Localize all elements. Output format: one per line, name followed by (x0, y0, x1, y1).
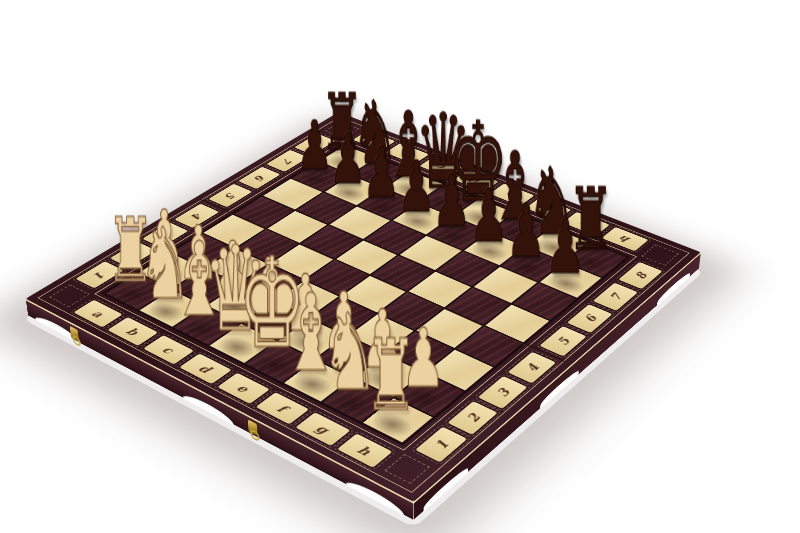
coord-label-file-e: e (217, 372, 270, 403)
piece-white-rook[interactable]: ♜ (350, 326, 431, 424)
coord-label-rank-1: 1 (415, 426, 467, 462)
rook-glyph: ♜ (364, 326, 417, 424)
coord-label-file-h: h (337, 433, 393, 467)
coord-label-file-a: a (73, 299, 123, 327)
coord-label-file-f: f (256, 392, 310, 424)
coord-label-file-c: c (143, 335, 194, 364)
coord-label-rank-4: 4 (508, 351, 556, 382)
square-e6[interactable] (400, 235, 461, 269)
square-f6[interactable] (437, 251, 499, 286)
coord-label-rank-7: 7 (593, 282, 638, 310)
coord-label-rank-8: 8 (618, 261, 662, 288)
coord-label-file-b: b (108, 317, 158, 346)
corner-stitch (641, 244, 679, 265)
square-h7[interactable]: ♟ (539, 262, 601, 297)
coord-label-rank-6: 6 (567, 304, 613, 333)
coord-label-file-d: d (179, 353, 231, 383)
coord-label-rank-2: 2 (447, 400, 498, 434)
board-frame: abcdefgh abcdefgh 12345678 12345678 ♜♞♝♛… (26, 112, 701, 502)
corner-stitch (384, 453, 430, 483)
pawn-glyph: ♟ (545, 209, 585, 284)
chess-board: abcdefgh abcdefgh 12345678 12345678 ♜♞♝♛… (26, 112, 701, 502)
corner-stitch (49, 284, 90, 307)
coord-label-rank-3: 3 (478, 375, 528, 408)
piece-black-pawn[interactable]: ♟ (529, 209, 602, 284)
coord-label-file-g: g (295, 412, 350, 445)
square-h1[interactable]: ♜ (363, 397, 433, 442)
product-photo-scene: abcdefgh abcdefgh 12345678 12345678 ♜♞♝♛… (0, 0, 800, 533)
